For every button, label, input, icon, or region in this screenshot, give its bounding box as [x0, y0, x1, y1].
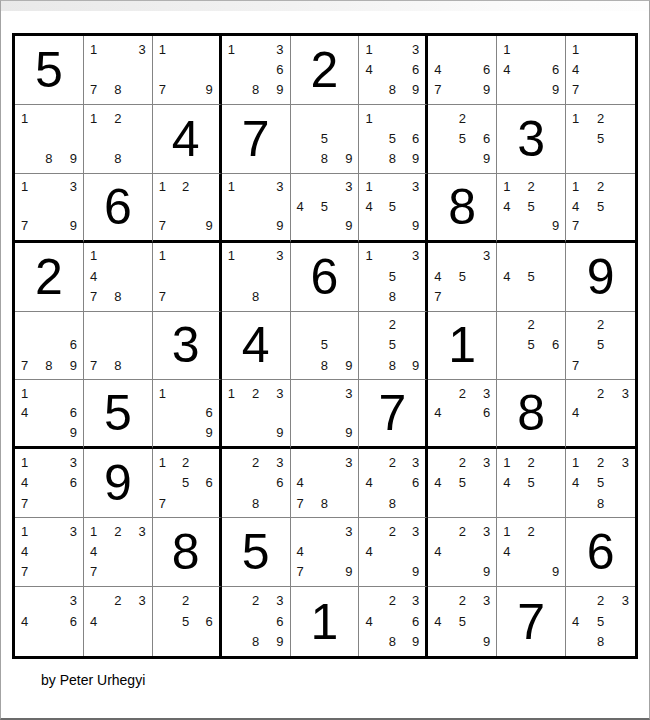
- candidate-digit: 9: [401, 216, 419, 236]
- candidate-digit: 8: [591, 631, 610, 652]
- candidate-digit: 2: [383, 590, 401, 611]
- cell-value: 8: [153, 518, 219, 586]
- candidate-digit: 5: [522, 473, 541, 493]
- candidate-digit: 7: [90, 355, 109, 375]
- candidate-digit: 8: [383, 631, 401, 652]
- cell-r1c3[interactable]: 179: [153, 36, 222, 105]
- candidate-digit: 9: [334, 216, 353, 236]
- candidate-digit: 9: [265, 423, 284, 443]
- candidate-digit: 4: [434, 611, 453, 632]
- cell-value: 9: [84, 449, 152, 517]
- candidates: 234689: [359, 587, 425, 656]
- cell-r7c8[interactable]: 1245: [497, 449, 566, 518]
- candidate-digit: 9: [58, 148, 77, 168]
- candidate-digit: 5: [315, 128, 334, 148]
- cell-r3c3[interactable]: 1279: [153, 174, 222, 243]
- cell-r9c4[interactable]: 23689: [222, 587, 291, 656]
- candidates: 17: [153, 243, 219, 311]
- candidate-digit: 1: [159, 383, 177, 403]
- candidate-digit: 9: [540, 562, 559, 582]
- cell-value: 1: [428, 312, 496, 380]
- candidate-digit: 4: [90, 611, 109, 632]
- candidate-digit: 6: [401, 59, 419, 79]
- cell-r8c3[interactable]: 8: [153, 518, 222, 587]
- candidate-digit: 7: [21, 355, 40, 375]
- candidate-digit: 6: [195, 473, 213, 493]
- candidate-digit: 7: [159, 286, 177, 306]
- cell-r3c6[interactable]: 13459: [359, 174, 428, 243]
- cell-r9c8[interactable]: 7: [497, 587, 566, 656]
- cell-r7c6[interactable]: 23468: [359, 449, 428, 518]
- candidate-digit: 1: [21, 452, 40, 472]
- candidate-digit: 3: [472, 452, 491, 472]
- candidate-digit: 2: [591, 383, 610, 403]
- candidate-digit: 2: [383, 452, 401, 472]
- candidates: 23468: [359, 449, 425, 517]
- candidate-digit: 9: [401, 562, 419, 582]
- candidate-digit: 9: [472, 562, 491, 582]
- candidate-digit: 1: [228, 177, 247, 197]
- cell-value: 5: [15, 36, 83, 104]
- cell-r6c5[interactable]: 39: [291, 380, 360, 449]
- candidate-digit: 3: [610, 383, 629, 403]
- candidate-digit: 8: [591, 493, 610, 513]
- cell-value: 3: [153, 312, 219, 380]
- candidate-digit: 1: [21, 108, 40, 128]
- candidate-digit: 4: [21, 611, 40, 632]
- cell-r9c3[interactable]: 256: [153, 587, 222, 656]
- cell-r6c9[interactable]: 234: [566, 380, 635, 449]
- cell-r4c2[interactable]: 1478: [84, 243, 153, 312]
- cell-r4c6[interactable]: 1358: [359, 243, 428, 312]
- cell-r7c2[interactable]: 9: [84, 449, 153, 518]
- candidate-digit: 1: [503, 521, 522, 541]
- cell-r3c9[interactable]: 12457: [566, 174, 635, 243]
- candidate-digit: 8: [246, 493, 265, 513]
- candidate-digit: 6: [540, 335, 559, 355]
- candidate-digit: 3: [401, 521, 419, 541]
- cell-r8c7[interactable]: 2349: [428, 518, 497, 587]
- candidates: 13467: [15, 449, 83, 517]
- candidate-digit: 3: [334, 521, 353, 541]
- candidate-digit: 4: [503, 542, 522, 562]
- cell-value: 6: [84, 174, 152, 240]
- cell-r7c4[interactable]: 2368: [222, 449, 291, 518]
- cell-r1c8[interactable]: 1469: [497, 36, 566, 105]
- cell-r4c3[interactable]: 17: [153, 243, 222, 312]
- candidate-digit: 5: [315, 196, 334, 216]
- candidate-digit: 1: [572, 452, 591, 472]
- cell-r2c2[interactable]: 128: [84, 105, 153, 174]
- cell-r1c7[interactable]: 4679: [428, 36, 497, 105]
- cell-r4c9[interactable]: 9: [566, 243, 635, 312]
- candidate-digit: 7: [434, 286, 453, 306]
- candidate-digit: 7: [21, 562, 40, 582]
- candidate-digit: 5: [591, 611, 610, 632]
- cell-r8c1[interactable]: 1347: [15, 518, 84, 587]
- candidates: 12347: [84, 518, 152, 586]
- candidates: 13689: [222, 36, 290, 104]
- candidate-digit: 2: [109, 590, 128, 611]
- candidates: 189: [15, 105, 83, 173]
- candidates: 128: [84, 105, 152, 173]
- candidate-digit: 7: [21, 493, 40, 513]
- candidate-digit: 3: [58, 452, 77, 472]
- cell-r9c7[interactable]: 23459: [428, 587, 497, 656]
- candidates: 1469: [497, 36, 565, 104]
- candidate-digit: 7: [159, 216, 177, 236]
- candidate-digit: 2: [591, 315, 610, 335]
- cell-r9c5[interactable]: 1: [291, 587, 360, 656]
- candidate-digit: 5: [591, 196, 610, 216]
- cell-r8c8[interactable]: 1249: [497, 518, 566, 587]
- candidate-digit: 1: [90, 108, 109, 128]
- candidates: 3479: [291, 518, 359, 586]
- candidate-digit: 1: [90, 521, 109, 541]
- cell-r6c4[interactable]: 1239: [222, 380, 291, 449]
- cell-r5c6[interactable]: 2589: [359, 312, 428, 381]
- candidate-digit: 2: [246, 452, 265, 472]
- cell-r4c4[interactable]: 138: [222, 243, 291, 312]
- cell-r3c2[interactable]: 6: [84, 174, 153, 243]
- cell-r6c2[interactable]: 5: [84, 380, 153, 449]
- cell-r8c9[interactable]: 6: [566, 518, 635, 587]
- candidate-digit: 7: [90, 286, 109, 306]
- candidate-digit: 1: [572, 108, 591, 128]
- candidate-digit: 5: [177, 611, 195, 632]
- candidates: 179: [153, 36, 219, 104]
- candidate-digit: 3: [610, 452, 629, 472]
- candidate-digit: 6: [401, 611, 419, 632]
- candidate-digit: 6: [58, 611, 77, 632]
- candidates: 1378: [84, 36, 152, 104]
- candidates: 78: [84, 312, 152, 380]
- candidates: 234: [566, 380, 635, 446]
- candidate-digit: 8: [246, 286, 265, 306]
- candidates: 2569: [428, 105, 496, 173]
- candidates: 2349: [359, 518, 425, 586]
- cell-r5c2[interactable]: 78: [84, 312, 153, 381]
- candidate-digit: 1: [90, 246, 109, 266]
- candidate-digit: 3: [334, 452, 353, 472]
- candidates: 2368: [222, 449, 290, 517]
- candidate-digit: 8: [109, 355, 128, 375]
- candidate-digit: 4: [572, 59, 591, 79]
- cell-r1c5[interactable]: 2: [291, 36, 360, 105]
- candidate-digit: 4: [297, 542, 316, 562]
- cell-r2c4[interactable]: 7: [222, 105, 291, 174]
- candidate-digit: 7: [90, 80, 109, 100]
- candidate-digit: 2: [522, 521, 541, 541]
- author-credit: by Peter Urhegyi: [41, 672, 145, 688]
- candidate-digit: 9: [265, 80, 284, 100]
- candidate-digit: 3: [265, 177, 284, 197]
- candidate-digit: 6: [58, 473, 77, 493]
- candidate-digit: 5: [453, 266, 472, 286]
- cell-r7c1[interactable]: 13467: [15, 449, 84, 518]
- candidate-digit: 5: [383, 335, 401, 355]
- candidate-digit: 9: [334, 562, 353, 582]
- cell-r5c3[interactable]: 3: [153, 312, 222, 381]
- candidate-digit: 2: [522, 177, 541, 197]
- candidates: 169: [153, 380, 219, 446]
- candidate-digit: 3: [265, 246, 284, 266]
- candidate-digit: 5: [591, 128, 610, 148]
- candidate-digit: 3: [265, 452, 284, 472]
- cell-r1c9[interactable]: 147: [566, 36, 635, 105]
- candidate-digit: 9: [265, 631, 284, 652]
- candidates: 1279: [153, 174, 219, 240]
- candidate-digit: 3: [265, 383, 284, 403]
- cell-value: 6: [291, 243, 359, 311]
- candidates: 1358: [359, 243, 425, 311]
- cell-r1c2[interactable]: 1378: [84, 36, 153, 105]
- candidate-digit: 4: [297, 473, 316, 493]
- cell-r7c9[interactable]: 123458: [566, 449, 635, 518]
- candidate-digit: 5: [591, 473, 610, 493]
- candidate-digit: 3: [127, 39, 146, 59]
- candidates: 1239: [222, 380, 290, 446]
- candidate-digit: 6: [401, 473, 419, 493]
- candidate-digit: 2: [177, 452, 195, 472]
- candidates: 2345: [428, 449, 496, 517]
- candidates: 3457: [428, 243, 496, 311]
- cell-r3c8[interactable]: 12459: [497, 174, 566, 243]
- cell-value: 8: [428, 174, 496, 240]
- candidates: 13459: [359, 174, 425, 240]
- candidate-digit: 2: [453, 452, 472, 472]
- candidate-digit: 1: [159, 246, 177, 266]
- candidate-digit: 2: [246, 590, 265, 611]
- candidate-digit: 4: [572, 403, 591, 423]
- cell-r6c7[interactable]: 2346: [428, 380, 497, 449]
- cell-r2c9[interactable]: 125: [566, 105, 635, 174]
- candidate-digit: 1: [21, 383, 40, 403]
- candidate-digit: 2: [177, 590, 195, 611]
- candidate-digit: 4: [90, 266, 109, 286]
- candidate-digit: 9: [334, 423, 353, 443]
- cell-r9c6[interactable]: 234689: [359, 587, 428, 656]
- candidate-digit: 1: [21, 177, 40, 197]
- cell-r6c8[interactable]: 8: [497, 380, 566, 449]
- candidate-digit: 6: [540, 59, 559, 79]
- candidate-digit: 3: [334, 177, 353, 197]
- cell-r9c9[interactable]: 23458: [566, 587, 635, 656]
- candidate-digit: 2: [177, 177, 195, 197]
- candidate-digit: 7: [297, 562, 316, 582]
- cell-r1c1[interactable]: 5: [15, 36, 84, 105]
- candidate-digit: 4: [434, 542, 453, 562]
- candidate-digit: 6: [195, 611, 213, 632]
- candidate-digit: 3: [401, 246, 419, 266]
- candidate-digit: 9: [195, 423, 213, 443]
- candidate-digit: 8: [246, 80, 265, 100]
- cell-r5c8[interactable]: 256: [497, 312, 566, 381]
- cell-r3c7[interactable]: 8: [428, 174, 497, 243]
- candidate-digit: 8: [40, 148, 59, 168]
- candidate-digit: 3: [58, 177, 77, 197]
- candidate-digit: 3: [265, 590, 284, 611]
- candidate-digit: 9: [265, 216, 284, 236]
- candidate-digit: 3: [334, 383, 353, 403]
- candidate-digit: 7: [90, 562, 109, 582]
- cell-r4c5[interactable]: 6: [291, 243, 360, 312]
- candidate-digit: 9: [334, 148, 353, 168]
- candidates: 1249: [497, 518, 565, 586]
- cell-r3c5[interactable]: 3459: [291, 174, 360, 243]
- candidate-digit: 3: [265, 39, 284, 59]
- candidate-digit: 2: [522, 315, 541, 335]
- cell-r8c2[interactable]: 12347: [84, 518, 153, 587]
- candidates: 134689: [359, 36, 425, 104]
- cell-r1c6[interactable]: 134689: [359, 36, 428, 105]
- cell-value: 4: [153, 105, 219, 173]
- candidates: 2349: [428, 518, 496, 586]
- window-top-gradient: [1, 1, 649, 11]
- cell-r2c3[interactable]: 4: [153, 105, 222, 174]
- cell-r8c6[interactable]: 2349: [359, 518, 428, 587]
- candidate-digit: 4: [21, 403, 40, 423]
- cell-r5c7[interactable]: 1: [428, 312, 497, 381]
- candidate-digit: 6: [401, 128, 419, 148]
- candidate-digit: 2: [109, 108, 128, 128]
- candidate-digit: 4: [572, 473, 591, 493]
- cell-r8c5[interactable]: 3479: [291, 518, 360, 587]
- candidate-digit: 7: [572, 80, 591, 100]
- sudoku-page: { "game": "sudoku", "position": "5000200…: [0, 0, 650, 720]
- cell-value: 6: [566, 518, 635, 586]
- cell-r6c3[interactable]: 169: [153, 380, 222, 449]
- candidate-digit: 3: [401, 590, 419, 611]
- cell-r5c4[interactable]: 4: [222, 312, 291, 381]
- cell-r2c5[interactable]: 589: [291, 105, 360, 174]
- cell-r6c1[interactable]: 1469: [15, 380, 84, 449]
- candidate-digit: 5: [383, 128, 401, 148]
- candidate-digit: 8: [383, 148, 401, 168]
- cell-r3c1[interactable]: 1379: [15, 174, 84, 243]
- candidate-digit: 8: [109, 286, 128, 306]
- candidate-digit: 1: [90, 39, 109, 59]
- candidate-digit: 8: [246, 631, 265, 652]
- cell-r7c5[interactable]: 3478: [291, 449, 360, 518]
- candidate-digit: 9: [195, 80, 213, 100]
- candidate-digit: 9: [540, 216, 559, 236]
- candidate-digit: 5: [522, 266, 541, 286]
- cell-r2c1[interactable]: 189: [15, 105, 84, 174]
- candidates: 346: [15, 587, 83, 656]
- cell-r2c6[interactable]: 15689: [359, 105, 428, 174]
- cell-r5c1[interactable]: 6789: [15, 312, 84, 381]
- candidate-digit: 2: [453, 108, 472, 128]
- cell-r1c4[interactable]: 13689: [222, 36, 291, 105]
- candidates: 23689: [222, 587, 290, 656]
- cell-r2c7[interactable]: 2569: [428, 105, 497, 174]
- candidate-digit: 1: [228, 39, 247, 59]
- cell-value: 5: [222, 518, 290, 586]
- candidate-digit: 4: [21, 542, 40, 562]
- cell-r2c8[interactable]: 3: [497, 105, 566, 174]
- cell-r4c7[interactable]: 3457: [428, 243, 497, 312]
- cell-r3c4[interactable]: 139: [222, 174, 291, 243]
- candidate-digit: 1: [503, 177, 522, 197]
- candidate-digit: 2: [383, 315, 401, 335]
- cell-value: 7: [359, 380, 425, 446]
- candidate-digit: 3: [127, 521, 146, 541]
- candidate-digit: 2: [591, 108, 610, 128]
- cell-r6c6[interactable]: 7: [359, 380, 428, 449]
- cell-r9c1[interactable]: 346: [15, 587, 84, 656]
- cell-r4c8[interactable]: 45: [497, 243, 566, 312]
- candidate-digit: 7: [21, 216, 40, 236]
- candidates: 23459: [428, 587, 496, 656]
- candidate-digit: 7: [159, 80, 177, 100]
- candidate-digit: 5: [177, 473, 195, 493]
- candidate-digit: 6: [58, 403, 77, 423]
- candidate-digit: 3: [127, 590, 146, 611]
- candidates: 2589: [359, 312, 425, 380]
- candidate-digit: 2: [453, 383, 472, 403]
- candidate-digit: 1: [503, 39, 522, 59]
- candidate-digit: 1: [503, 452, 522, 472]
- candidate-digit: 2: [591, 590, 610, 611]
- candidate-digit: 3: [472, 590, 491, 611]
- candidate-digit: 3: [472, 383, 491, 403]
- candidate-digit: 6: [265, 611, 284, 632]
- candidate-digit: 8: [315, 148, 334, 168]
- candidates: 3478: [291, 449, 359, 517]
- candidate-digit: 9: [401, 148, 419, 168]
- candidates: 45: [497, 243, 565, 311]
- cell-r8c4[interactable]: 5: [222, 518, 291, 587]
- candidate-digit: 7: [434, 80, 453, 100]
- candidate-digit: 4: [503, 59, 522, 79]
- candidate-digit: 9: [58, 216, 77, 236]
- candidate-digit: 2: [591, 452, 610, 472]
- candidate-digit: 1: [572, 39, 591, 59]
- cell-r5c9[interactable]: 257: [566, 312, 635, 381]
- candidate-digit: 8: [383, 80, 401, 100]
- candidate-digit: 3: [401, 39, 419, 59]
- candidate-digit: 5: [453, 128, 472, 148]
- candidate-digit: 1: [228, 383, 247, 403]
- candidates: 125: [566, 105, 635, 173]
- cell-r5c5[interactable]: 589: [291, 312, 360, 381]
- candidate-digit: 4: [503, 196, 522, 216]
- candidate-digit: 3: [472, 246, 491, 266]
- candidate-digit: 4: [297, 196, 316, 216]
- candidate-digit: 3: [58, 521, 77, 541]
- candidate-digit: 1: [365, 108, 383, 128]
- candidate-digit: 5: [453, 473, 472, 493]
- candidate-digit: 4: [90, 542, 109, 562]
- cell-r4c1[interactable]: 2: [15, 243, 84, 312]
- candidates: 39: [291, 380, 359, 446]
- candidate-digit: 8: [109, 148, 128, 168]
- candidate-digit: 4: [365, 196, 383, 216]
- candidate-digit: 6: [265, 59, 284, 79]
- candidate-digit: 4: [365, 59, 383, 79]
- cell-r7c3[interactable]: 12567: [153, 449, 222, 518]
- cell-r7c7[interactable]: 2345: [428, 449, 497, 518]
- cell-r9c2[interactable]: 234: [84, 587, 153, 656]
- candidates: 139: [222, 174, 290, 240]
- cell-value: 3: [497, 105, 565, 173]
- candidate-digit: 8: [383, 493, 401, 513]
- candidate-digit: 2: [246, 383, 265, 403]
- candidate-digit: 5: [522, 196, 541, 216]
- candidate-digit: 4: [365, 542, 383, 562]
- candidate-digit: 8: [383, 286, 401, 306]
